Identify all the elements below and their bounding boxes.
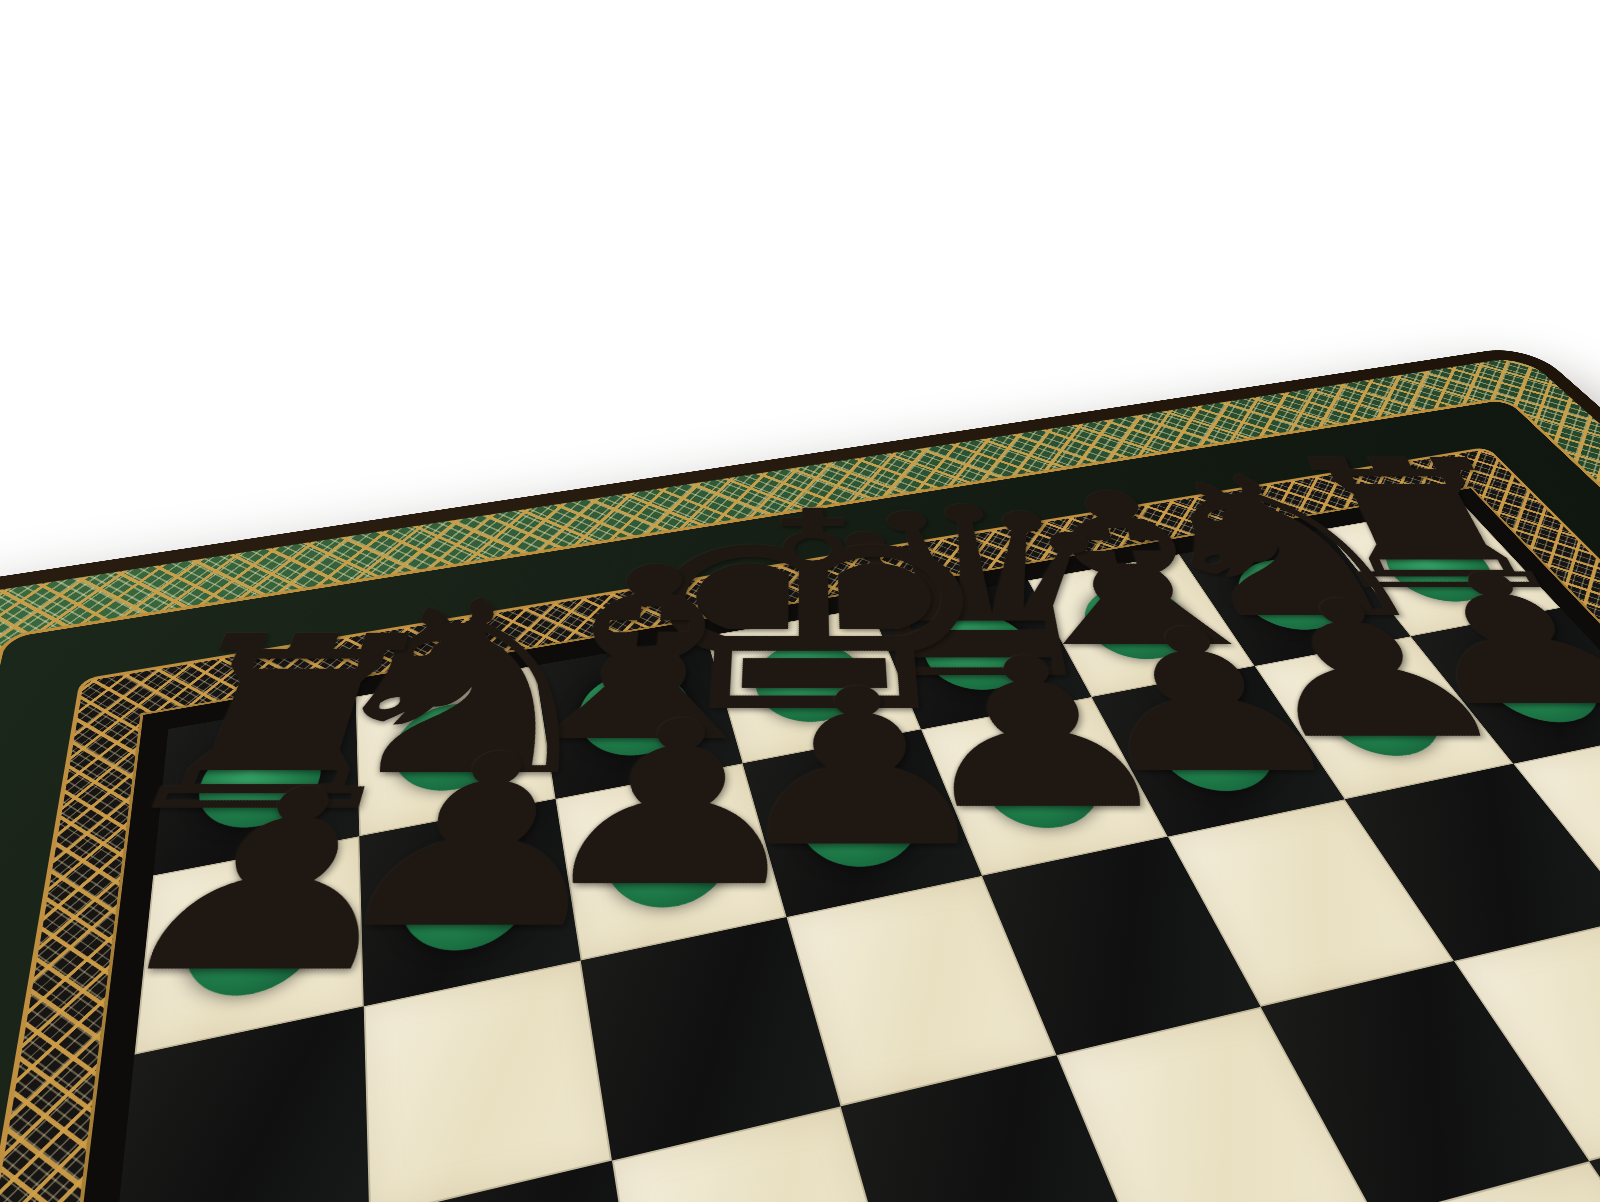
scene: ♜♞♝♚♛♝♞♜♟♟♟♟♟♟♟♟ — [0, 0, 1600, 1202]
product-photo: ♜♞♝♚♛♝♞♜♟♟♟♟♟♟♟♟ — [0, 0, 1600, 1202]
board-grid: ♜♞♝♚♛♝♞♜♟♟♟♟♟♟♟♟ — [0, 505, 1600, 1202]
chess-board: ♜♞♝♚♛♝♞♜♟♟♟♟♟♟♟♟ — [0, 345, 1600, 1202]
playing-field: ♜♞♝♚♛♝♞♜♟♟♟♟♟♟♟♟ — [0, 486, 1600, 1202]
